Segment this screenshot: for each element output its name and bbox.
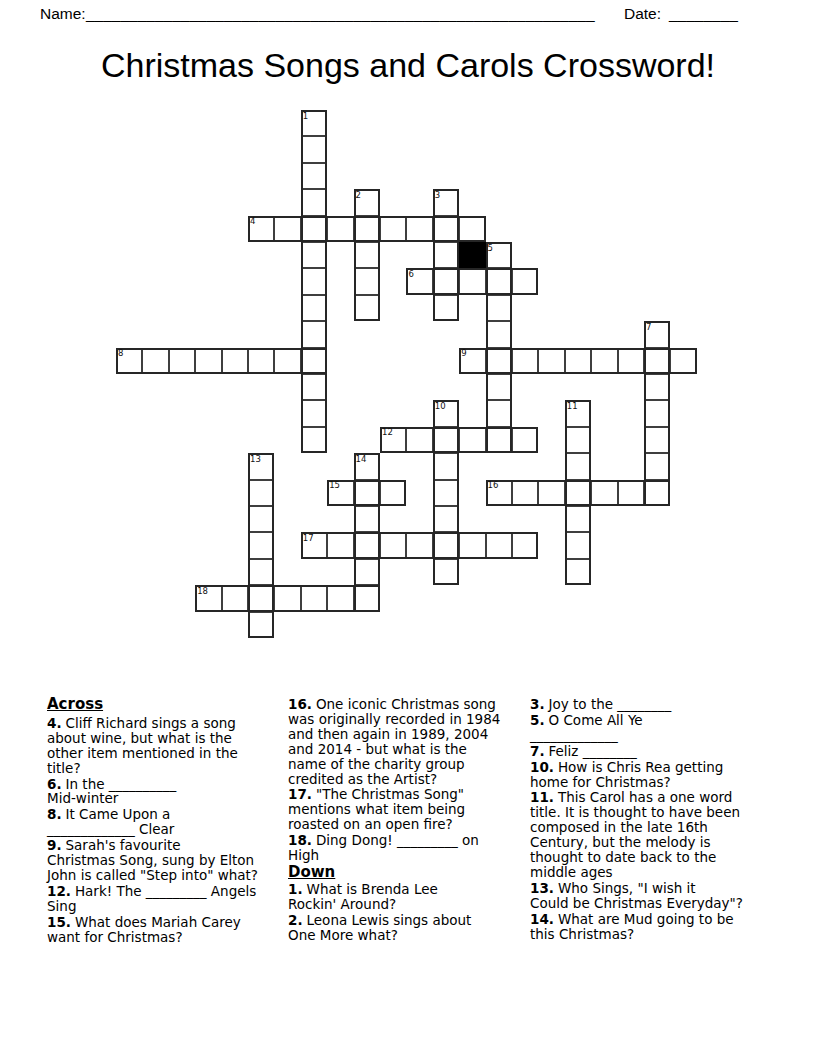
grid-cell-c8r18[interactable] [327, 585, 353, 611]
grid-cell-c5r9[interactable] [248, 348, 274, 374]
grid-cell-c13r4[interactable] [459, 216, 485, 242]
grid-cell-c12r11[interactable] [433, 400, 459, 426]
clue-text: Who Sings, "I wish it Could be Christmas… [530, 880, 743, 911]
grid-cell-c14r6[interactable] [486, 268, 512, 294]
grid-cell-c11r4[interactable] [406, 216, 432, 242]
grid-cell-c14r8[interactable] [486, 321, 512, 347]
grid-cell-c7r11[interactable] [301, 400, 327, 426]
clue-number: 15. [47, 914, 71, 930]
clue-18-across: 18.Ding Dong! _________ on High [288, 833, 533, 863]
grid-cell-c20r12[interactable] [644, 427, 670, 453]
grid-cell-c15r14[interactable] [512, 480, 538, 506]
grid-cell-c10r4[interactable] [380, 216, 406, 242]
clue-10-down: 10.How is Chris Rea getting home for Chr… [530, 760, 773, 790]
grid-cell-c12r3[interactable] [433, 189, 459, 215]
grid-cell-c14r7[interactable] [486, 295, 512, 321]
grid-cell-c12r7[interactable] [433, 295, 459, 321]
clue-text: Hark! The _________ Angels Sing [47, 883, 256, 914]
clue-8-across: 8.It Came Upon a _____________ Clear [47, 807, 286, 837]
grid-cell-c17r14[interactable] [565, 480, 591, 506]
grid-cell-c14r12[interactable] [486, 427, 512, 453]
grid-cell-c7r9[interactable] [301, 348, 327, 374]
clue-number: 14. [530, 911, 554, 927]
clue-number: 18. [288, 832, 312, 848]
grid-cell-c13r12[interactable] [459, 427, 485, 453]
grid-cell-c9r4[interactable] [354, 216, 380, 242]
grid-cell-c6r9[interactable] [274, 348, 300, 374]
grid-cell-c7r3[interactable] [301, 189, 327, 215]
clue-14-down: 14.What are Mud going to be this Christm… [530, 912, 773, 942]
grid-cell-c6r18[interactable] [274, 585, 300, 611]
grid-cell-c12r6[interactable] [433, 268, 459, 294]
grid-cell-c11r12[interactable] [406, 427, 432, 453]
clue-text: What does Mariah Carey want for Christma… [47, 914, 241, 945]
clue-11-down: 11.This Carol has a one word title. It i… [530, 790, 773, 879]
grid-cell-c12r17[interactable] [433, 559, 459, 585]
grid-cell-c15r6[interactable] [512, 268, 538, 294]
clue-number: 16. [288, 696, 312, 712]
grid-cell-c1r9[interactable] [142, 348, 168, 374]
grid-cell-c13r6[interactable] [459, 268, 485, 294]
clue-text: "The Christmas Song" mentions what item … [288, 786, 465, 832]
grid-cell-c14r9[interactable] [486, 348, 512, 374]
grid-cell-c7r0[interactable] [301, 110, 327, 136]
grid-cell-c7r1[interactable] [301, 136, 327, 162]
clue-text: What are Mud going to be this Christmas? [530, 911, 734, 942]
clue-16-across: 16.One iconic Christmas song was origina… [288, 697, 533, 786]
clue-text: What is Brenda Lee Rockin' Around? [288, 881, 438, 912]
grid-cell-c15r16[interactable] [512, 532, 538, 558]
grid-cell-c10r16[interactable] [380, 532, 406, 558]
grid-cell-c17r15[interactable] [565, 506, 591, 532]
clue-number: 3. [530, 696, 545, 712]
grid-cell-c5r19[interactable] [248, 612, 274, 638]
grid-cell-c9r3[interactable] [354, 189, 380, 215]
grid-cell-c16r14[interactable] [538, 480, 564, 506]
clue-3-down: 3.Joy to the ________ [530, 697, 773, 712]
grid-cell-c12r5[interactable] [433, 242, 459, 268]
grid-cell-c20r8[interactable] [644, 321, 670, 347]
page-title: Christmas Songs and Carols Crossword! [0, 46, 816, 85]
clue-15-across: 15.What does Mariah Carey want for Chris… [47, 915, 286, 945]
grid-cell-c7r8[interactable] [301, 321, 327, 347]
grid-cell-c20r9[interactable] [644, 348, 670, 374]
clue-text: Ding Dong! _________ on High [288, 832, 479, 863]
clue-number: 13. [530, 880, 554, 896]
grid-cell-c7r10[interactable] [301, 374, 327, 400]
grid-cell-c19r9[interactable] [618, 348, 644, 374]
clue-5-down: 5.O Come All Ye _____________ [530, 713, 773, 743]
grid-cell-c7r7[interactable] [301, 295, 327, 321]
clue-column-1: Across 4.Cliff Richard sings a song abou… [47, 697, 286, 946]
grid-cell-c10r12[interactable] [380, 427, 406, 453]
grid-cell-c3r9[interactable] [195, 348, 221, 374]
grid-cell-c2r9[interactable] [169, 348, 195, 374]
grid-cell-c17r12[interactable] [565, 427, 591, 453]
grid-cell-c16r9[interactable] [538, 348, 564, 374]
grid-cell-c18r14[interactable] [591, 480, 617, 506]
clue-number: 9. [47, 837, 62, 853]
grid-cell-c9r18[interactable] [354, 585, 380, 611]
clue-7-down: 7.Feliz ________ [530, 744, 773, 759]
grid-cell-c4r18[interactable] [222, 585, 248, 611]
clue-text: One iconic Christmas song was originally… [288, 696, 500, 787]
grid-cell-c17r17[interactable] [565, 559, 591, 585]
clue-4-across: 4.Cliff Richard sings a song about wine,… [47, 716, 286, 776]
clue-number: 11. [530, 789, 554, 805]
grid-cell-c5r14[interactable] [248, 480, 274, 506]
grid-cell-c12r14[interactable] [433, 480, 459, 506]
grid-cell-c8r4[interactable] [327, 216, 353, 242]
grid-cell-c18r9[interactable] [591, 348, 617, 374]
grid-cell-c13r9[interactable] [459, 348, 485, 374]
grid-cell-c5r4[interactable] [248, 216, 274, 242]
clue-9-across: 9.Sarah's favourite Christmas Song, sung… [47, 838, 286, 883]
grid-cell-c7r18[interactable] [301, 585, 327, 611]
grid-cell-c9r7[interactable] [354, 295, 380, 321]
clue-text: Leona Lewis sings about One More what? [288, 912, 471, 943]
grid-cell-c20r11[interactable] [644, 400, 670, 426]
grid-cell-c12r4[interactable] [433, 216, 459, 242]
grid-cell-c9r14[interactable] [354, 480, 380, 506]
clue-number: 10. [530, 759, 554, 775]
clue-number: 2. [288, 912, 303, 928]
clue-number: 17. [288, 786, 312, 802]
grid-cell-c12r15[interactable] [433, 506, 459, 532]
grid-cell-c17r11[interactable] [565, 400, 591, 426]
grid-cell-c5r13[interactable] [248, 453, 274, 479]
grid-cell-c17r9[interactable] [565, 348, 591, 374]
grid-cell-c9r16[interactable] [354, 532, 380, 558]
clue-column-2: 16.One iconic Christmas song was origina… [288, 697, 533, 944]
name-label: Name: [40, 5, 86, 23]
across-header: Across [47, 697, 286, 712]
clue-12-across: 12.Hark! The _________ Angels Sing [47, 884, 286, 914]
grid-cell-c13r16[interactable] [459, 532, 485, 558]
grid-cell-c14r14[interactable] [486, 480, 512, 506]
grid-cell-c17r16[interactable] [565, 532, 591, 558]
grid-cell-c11r6[interactable] [406, 268, 432, 294]
grid-cell-c14r10[interactable] [486, 374, 512, 400]
grid-cell-c12r12[interactable] [433, 427, 459, 453]
crossword-grid: 123456789101112131415161718 [116, 110, 698, 639]
grid-cell-c7r4[interactable] [301, 216, 327, 242]
worksheet-page: Name: __________________________________… [0, 0, 816, 1056]
clue-text: It Came Upon a _____________ Clear [47, 806, 174, 837]
clue-text: O Come All Ye _____________ [530, 712, 643, 743]
down-header: Down [288, 865, 533, 880]
clue-1-down: 1.What is Brenda Lee Rockin' Around? [288, 882, 533, 912]
grid-cell-c4r9[interactable] [222, 348, 248, 374]
grid-cell-c9r5[interactable] [354, 242, 380, 268]
grid-cell-c9r13[interactable] [354, 453, 380, 479]
clue-number: 4. [47, 715, 62, 731]
grid-cell-c7r2[interactable] [301, 163, 327, 189]
grid-cell-c20r14[interactable] [644, 480, 670, 506]
grid-cell-c5r16[interactable] [248, 532, 274, 558]
date-label: Date: [624, 5, 661, 23]
grid-cell-c9r17[interactable] [354, 559, 380, 585]
grid-cell-c5r18[interactable] [248, 585, 274, 611]
grid-cell-c7r16[interactable] [301, 532, 327, 558]
grid-cell-c9r6[interactable] [354, 268, 380, 294]
clue-6-across: 6.In the __________ Mid-winter [47, 777, 286, 807]
clue-column-3: 3.Joy to the ________ 5.O Come All Ye __… [530, 697, 773, 943]
grid-cell-c0r9[interactable] [116, 348, 142, 374]
clue-number: 5. [530, 712, 545, 728]
grid-cell-c10r14[interactable] [380, 480, 406, 506]
grid-cell-c14r11[interactable] [486, 400, 512, 426]
grid-cell-c7r6[interactable] [301, 268, 327, 294]
clue-text: Sarah's favourite Christmas Song, sung b… [47, 837, 258, 883]
grid-cell-c11r16[interactable] [406, 532, 432, 558]
grid-cell-c12r13[interactable] [433, 453, 459, 479]
grid-cell-c12r16[interactable] [433, 532, 459, 558]
name-write-line[interactable]: ________________________________________… [86, 5, 595, 23]
grid-cell-c6r4[interactable] [274, 216, 300, 242]
clue-number: 7. [530, 743, 545, 759]
clue-number: 8. [47, 806, 62, 822]
clue-13-down: 13.Who Sings, "I wish it Could be Christ… [530, 881, 773, 911]
grid-cell-c9r15[interactable] [354, 506, 380, 532]
date-write-line[interactable]: ________ [669, 5, 738, 23]
grid-cell-c14r5[interactable] [486, 242, 512, 268]
clue-text: Joy to the ________ [549, 696, 672, 712]
clue-number: 12. [47, 883, 71, 899]
clue-2-down: 2.Leona Lewis sings about One More what? [288, 913, 533, 943]
clue-text: How is Chris Rea getting home for Christ… [530, 759, 723, 790]
clue-text: In the __________ Mid-winter [47, 776, 176, 807]
grid-cell-c14r16[interactable] [486, 532, 512, 558]
grid-cell-c21r9[interactable] [670, 348, 696, 374]
grid-cell-c15r9[interactable] [512, 348, 538, 374]
grid-cell-c20r13[interactable] [644, 453, 670, 479]
clue-text: This Carol has a one word title. It is t… [530, 789, 740, 880]
grid-cell-c15r12[interactable] [512, 427, 538, 453]
grid-cell-c8r16[interactable] [327, 532, 353, 558]
grid-cell-c19r14[interactable] [618, 480, 644, 506]
grid-cell-c5r17[interactable] [248, 559, 274, 585]
grid-cell-c5r15[interactable] [248, 506, 274, 532]
black-cell [459, 242, 485, 268]
clue-number: 1. [288, 881, 303, 897]
grid-cell-c3r18[interactable] [195, 585, 221, 611]
clue-number: 6. [47, 776, 62, 792]
clue-text: Cliff Richard sings a song about wine, b… [47, 715, 238, 776]
grid-cell-c8r14[interactable] [327, 480, 353, 506]
grid-cell-c7r12[interactable] [301, 427, 327, 453]
grid-cell-c20r10[interactable] [644, 374, 670, 400]
clue-17-across: 17."The Christmas Song" mentions what it… [288, 787, 533, 832]
clue-text: Feliz ________ [549, 743, 637, 759]
grid-cell-c17r13[interactable] [565, 453, 591, 479]
grid-cell-c7r5[interactable] [301, 242, 327, 268]
